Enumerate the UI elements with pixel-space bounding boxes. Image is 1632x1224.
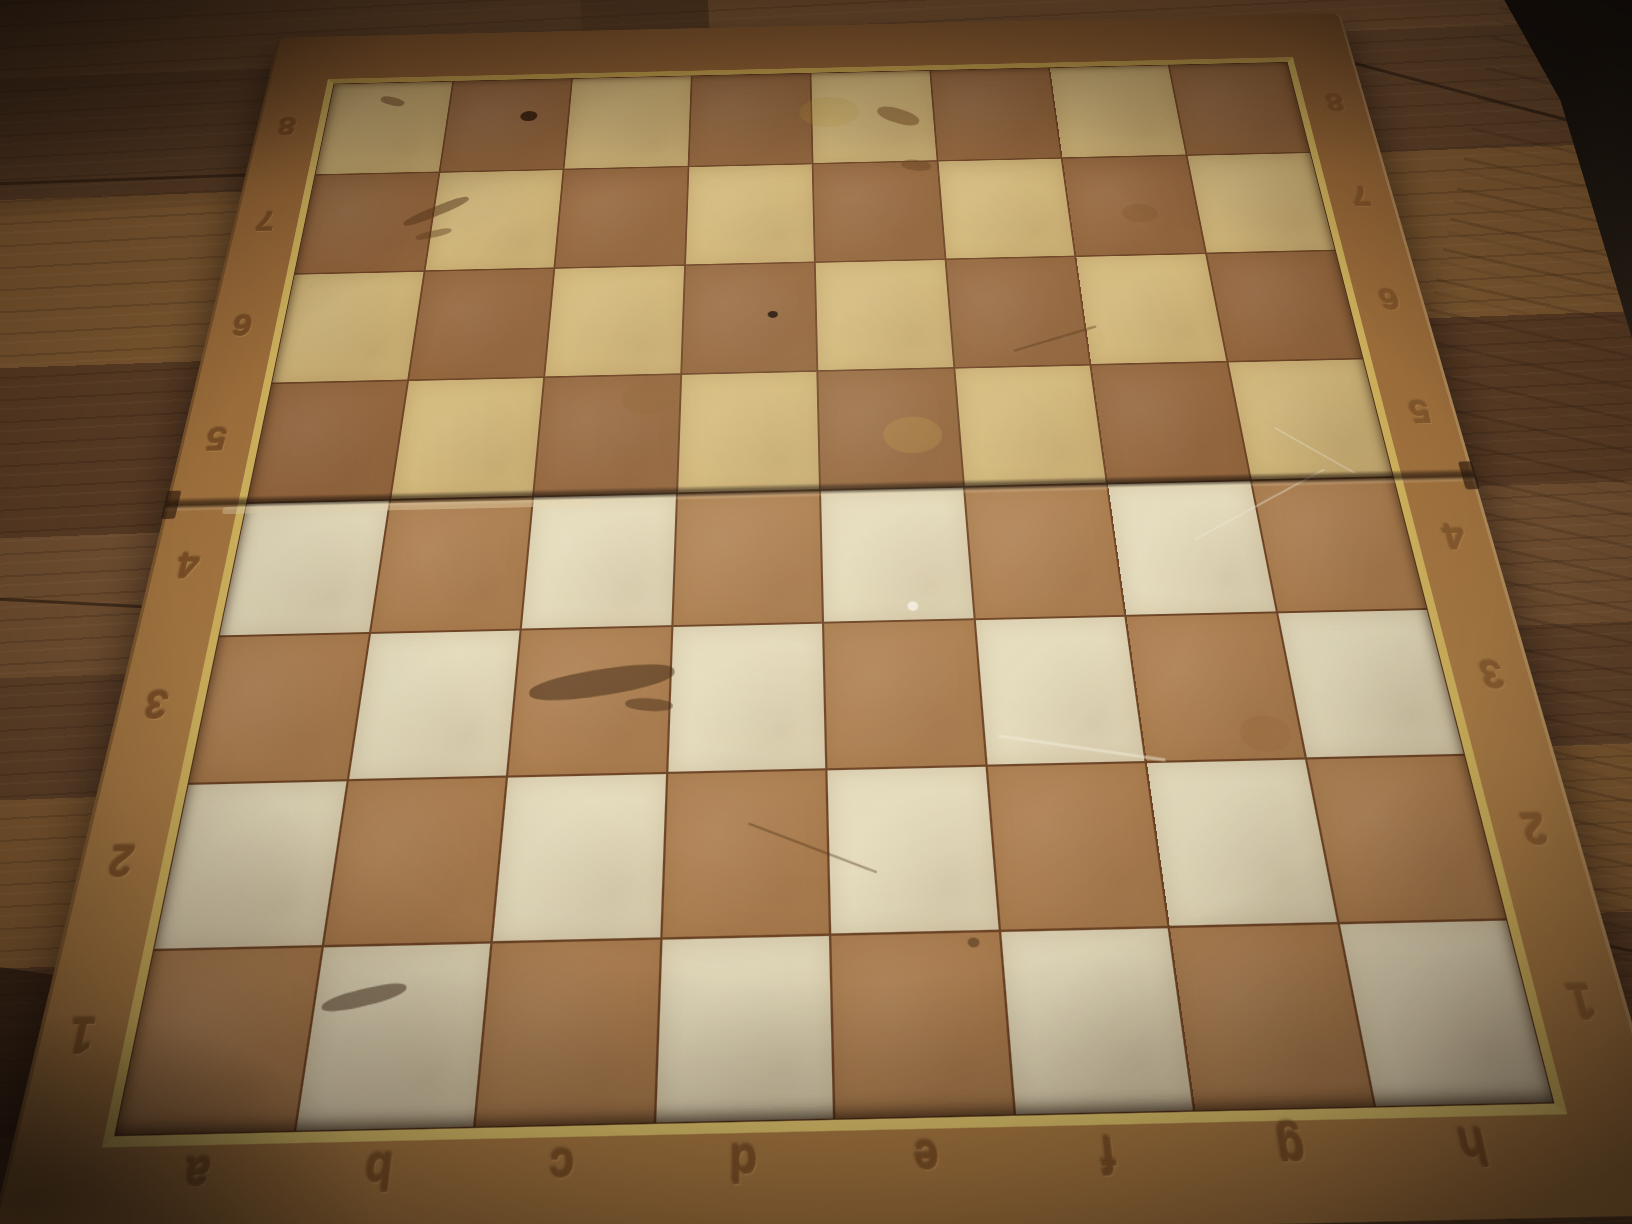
file-label-d: d (708, 1132, 780, 1193)
rank-label-right-8: 8 (1308, 88, 1363, 116)
file-label-e: e (890, 1128, 964, 1189)
square-a4 (220, 501, 389, 635)
playing-area (102, 57, 1568, 1147)
file-label-h: h (1432, 1116, 1517, 1177)
square-b5 (391, 378, 543, 499)
square-e4 (821, 488, 973, 622)
square-d3 (668, 623, 825, 772)
square-h4 (1252, 478, 1427, 611)
square-h3 (1278, 609, 1464, 757)
squares-grid (114, 62, 1554, 1136)
rank-label-right-6: 6 (1359, 282, 1420, 315)
square-e8 (811, 71, 936, 163)
rank-label-left-1: 1 (41, 1007, 122, 1064)
square-h7 (1187, 153, 1335, 253)
square-a8 (316, 82, 452, 174)
square-a3 (189, 633, 368, 782)
square-g5 (1091, 362, 1249, 482)
square-g3 (1126, 613, 1304, 761)
square-f3 (975, 616, 1144, 764)
square-b8 (440, 79, 571, 171)
square-c2 (493, 774, 666, 940)
square-c4 (522, 494, 676, 628)
photo-scene: 8877665544332211abcdefgh (0, 0, 1632, 1224)
square-e7 (813, 161, 944, 261)
square-g8 (1050, 65, 1185, 157)
square-g6 (1076, 254, 1225, 364)
square-a7 (295, 172, 438, 273)
square-a6 (272, 272, 423, 382)
square-a5 (247, 381, 406, 502)
plank-seam (0, 594, 160, 609)
square-d4 (673, 491, 822, 625)
square-f8 (931, 68, 1061, 160)
square-c5 (534, 375, 680, 496)
square-d6 (682, 263, 817, 373)
square-h8 (1169, 63, 1309, 155)
square-d2 (662, 770, 829, 936)
square-b7 (425, 170, 563, 271)
square-d7 (686, 164, 814, 264)
file-label-a: a (156, 1144, 238, 1205)
square-g7 (1063, 156, 1205, 256)
rank-label-right-1: 1 (1541, 973, 1624, 1030)
square-b2 (324, 778, 506, 945)
square-a2 (155, 781, 346, 948)
rank-label-left-4: 4 (155, 544, 221, 585)
square-b3 (349, 630, 520, 779)
rank-label-right-5: 5 (1388, 393, 1452, 430)
rank-label-right-3: 3 (1456, 652, 1528, 697)
square-c8 (565, 76, 691, 168)
square-f1 (1001, 928, 1193, 1115)
rank-label-right-2: 2 (1496, 803, 1573, 853)
square-c6 (545, 266, 683, 376)
square-e6 (816, 260, 953, 370)
square-g1 (1170, 924, 1373, 1110)
square-b4 (371, 497, 532, 631)
board-wrapper: 8877665544332211abcdefgh (151, 0, 1488, 1159)
square-f6 (946, 257, 1089, 367)
file-label-b: b (340, 1140, 418, 1201)
square-h2 (1307, 756, 1506, 921)
chessboard: 8877665544332211abcdefgh (0, 14, 1632, 1224)
square-b6 (409, 269, 554, 379)
rank-label-left-8: 8 (261, 112, 315, 140)
square-d1 (656, 935, 833, 1122)
square-h1 (1339, 920, 1553, 1106)
rim-coordinates: 8877665544332211abcdefgh (279, 14, 1341, 38)
square-f2 (987, 763, 1167, 929)
rank-label-left-5: 5 (185, 420, 248, 457)
square-b1 (296, 943, 491, 1131)
square-h5 (1228, 359, 1393, 479)
square-e1 (831, 931, 1013, 1118)
square-g2 (1147, 760, 1336, 926)
rank-label-left-7: 7 (238, 206, 294, 237)
file-label-g: g (1251, 1120, 1332, 1181)
square-g4 (1108, 481, 1275, 614)
rank-label-left-3: 3 (121, 682, 191, 728)
square-d5 (678, 371, 819, 492)
square-f7 (938, 158, 1074, 258)
square-f5 (955, 365, 1106, 486)
file-label-f: f (1070, 1124, 1148, 1185)
square-e3 (824, 620, 985, 768)
square-e5 (818, 368, 962, 489)
square-f4 (965, 484, 1125, 617)
square-c3 (508, 627, 671, 776)
square-h6 (1207, 251, 1363, 360)
square-e2 (827, 767, 998, 933)
square-c7 (555, 167, 687, 268)
rank-label-right-4: 4 (1420, 516, 1488, 557)
square-d8 (689, 73, 812, 165)
rank-label-left-2: 2 (84, 835, 159, 886)
rank-label-left-6: 6 (213, 308, 272, 342)
file-label-c: c (524, 1136, 599, 1197)
square-a1 (116, 947, 321, 1135)
rank-label-right-7: 7 (1332, 181, 1390, 211)
square-c1 (476, 939, 660, 1126)
